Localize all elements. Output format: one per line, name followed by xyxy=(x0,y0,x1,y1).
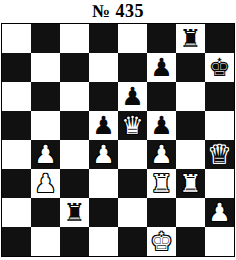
square-g4 xyxy=(176,140,205,169)
square-e3 xyxy=(118,169,147,198)
square-b2 xyxy=(31,198,60,227)
black-pawn-e6: ♟ xyxy=(121,82,143,111)
square-h5 xyxy=(205,111,234,140)
black-queen-h4: ♛ xyxy=(208,140,230,169)
square-c2: ♜ xyxy=(60,198,89,227)
square-h1 xyxy=(205,227,234,256)
square-g3: ♜ xyxy=(176,169,205,198)
square-c8 xyxy=(60,24,89,53)
square-h4: ♛ xyxy=(205,140,234,169)
square-c6 xyxy=(60,82,89,111)
square-e8 xyxy=(118,24,147,53)
square-a5 xyxy=(2,111,31,140)
square-f3: ♜ xyxy=(147,169,176,198)
square-b8 xyxy=(31,24,60,53)
white-rook-g3: ♜ xyxy=(179,169,201,198)
square-f5: ♟ xyxy=(147,111,176,140)
square-e5: ♛ xyxy=(118,111,147,140)
square-a6 xyxy=(2,82,31,111)
square-h8 xyxy=(205,24,234,53)
square-c5 xyxy=(60,111,89,140)
board-frame: ♜♟♚♟♟♛♟♟♟♟♛♟♜♜♜♟♚ xyxy=(1,23,235,257)
square-b6 xyxy=(31,82,60,111)
square-f4: ♟ xyxy=(147,140,176,169)
square-a8 xyxy=(2,24,31,53)
black-pawn-f7: ♟ xyxy=(150,53,172,82)
square-d7 xyxy=(89,53,118,82)
black-pawn-d5: ♟ xyxy=(92,111,114,140)
square-d8 xyxy=(89,24,118,53)
square-e4 xyxy=(118,140,147,169)
square-a4 xyxy=(2,140,31,169)
square-g7 xyxy=(176,53,205,82)
square-d5: ♟ xyxy=(89,111,118,140)
black-king-h7: ♚ xyxy=(208,53,230,82)
square-f1: ♚ xyxy=(147,227,176,256)
square-g1 xyxy=(176,227,205,256)
white-pawn-b3: ♟ xyxy=(34,169,56,198)
square-d1 xyxy=(89,227,118,256)
white-pawn-h2: ♟ xyxy=(208,198,230,227)
white-queen-e5: ♛ xyxy=(121,111,143,140)
square-d2 xyxy=(89,198,118,227)
square-a2 xyxy=(2,198,31,227)
black-rook-g8: ♜ xyxy=(179,24,201,53)
square-f2 xyxy=(147,198,176,227)
black-rook-c2: ♜ xyxy=(63,198,85,227)
square-h6 xyxy=(205,82,234,111)
square-g2 xyxy=(176,198,205,227)
square-e2 xyxy=(118,198,147,227)
white-pawn-d4: ♟ xyxy=(92,140,114,169)
square-b7 xyxy=(31,53,60,82)
square-f6 xyxy=(147,82,176,111)
square-d6 xyxy=(89,82,118,111)
white-king-f1: ♚ xyxy=(150,227,172,256)
square-f7: ♟ xyxy=(147,53,176,82)
page-title: № 435 xyxy=(0,0,236,23)
square-d4: ♟ xyxy=(89,140,118,169)
square-g5 xyxy=(176,111,205,140)
square-h3 xyxy=(205,169,234,198)
square-a1 xyxy=(2,227,31,256)
square-e6: ♟ xyxy=(118,82,147,111)
white-rook-f3: ♜ xyxy=(150,169,172,198)
square-a7 xyxy=(2,53,31,82)
square-b1 xyxy=(31,227,60,256)
square-g8: ♜ xyxy=(176,24,205,53)
square-d3 xyxy=(89,169,118,198)
square-g6 xyxy=(176,82,205,111)
white-pawn-b4: ♟ xyxy=(34,140,56,169)
square-b3: ♟ xyxy=(31,169,60,198)
white-pawn-f4: ♟ xyxy=(150,140,172,169)
square-h7: ♚ xyxy=(205,53,234,82)
square-e7 xyxy=(118,53,147,82)
square-f8 xyxy=(147,24,176,53)
square-e1 xyxy=(118,227,147,256)
square-b5 xyxy=(31,111,60,140)
square-c3 xyxy=(60,169,89,198)
square-c4 xyxy=(60,140,89,169)
square-b4: ♟ xyxy=(31,140,60,169)
chess-board: ♜♟♚♟♟♛♟♟♟♟♛♟♜♜♜♟♚ xyxy=(2,24,234,256)
square-c7 xyxy=(60,53,89,82)
square-c1 xyxy=(60,227,89,256)
square-h2: ♟ xyxy=(205,198,234,227)
black-pawn-f5: ♟ xyxy=(150,111,172,140)
square-a3 xyxy=(2,169,31,198)
